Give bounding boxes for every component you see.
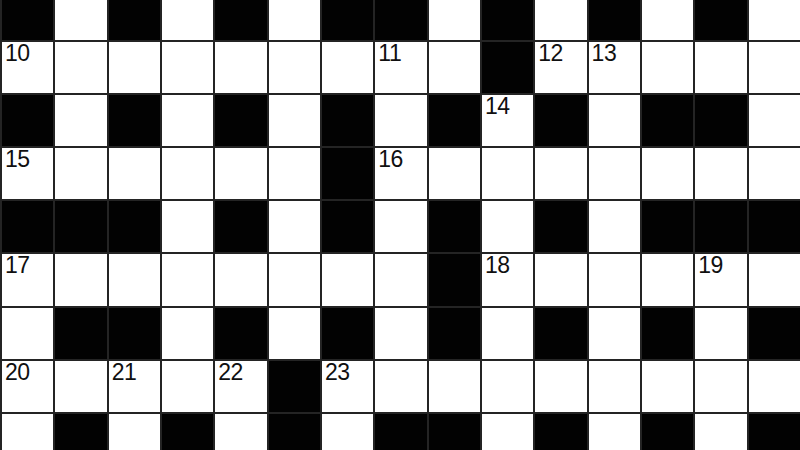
white-cell[interactable] <box>162 254 213 305</box>
white-cell[interactable] <box>749 148 800 199</box>
white-cell[interactable] <box>429 42 480 93</box>
white-cell[interactable]: 15 <box>2 148 53 199</box>
white-cell[interactable] <box>429 148 480 199</box>
black-cell <box>322 201 373 252</box>
black-cell <box>642 201 693 252</box>
white-cell[interactable] <box>162 148 213 199</box>
black-cell <box>535 201 586 252</box>
clue-number: 13 <box>592 41 617 66</box>
white-cell[interactable]: 22 <box>215 361 266 412</box>
white-cell[interactable] <box>375 361 426 412</box>
black-cell <box>2 0 53 40</box>
black-cell <box>215 308 266 359</box>
clue-number: 14 <box>485 94 510 119</box>
black-cell <box>55 414 106 450</box>
white-cell[interactable]: 17 <box>2 254 53 305</box>
white-cell[interactable] <box>162 95 213 146</box>
clue-number: 21 <box>112 360 137 385</box>
black-cell <box>55 308 106 359</box>
white-cell[interactable] <box>589 95 640 146</box>
white-cell[interactable] <box>482 148 533 199</box>
white-cell[interactable]: 10 <box>2 42 53 93</box>
white-cell[interactable] <box>269 308 320 359</box>
clue-number: 16 <box>378 147 403 172</box>
white-cell[interactable] <box>429 0 480 40</box>
clue-number: 23 <box>325 360 350 385</box>
black-cell <box>695 0 746 40</box>
white-cell[interactable] <box>269 0 320 40</box>
clue-number: 17 <box>5 253 30 278</box>
black-cell <box>215 0 266 40</box>
white-cell[interactable] <box>749 254 800 305</box>
white-cell[interactable] <box>482 414 533 450</box>
black-cell <box>429 414 480 450</box>
white-cell[interactable] <box>215 254 266 305</box>
white-cell[interactable] <box>375 308 426 359</box>
black-cell <box>535 95 586 146</box>
black-cell <box>322 148 373 199</box>
white-cell[interactable]: 18 <box>482 254 533 305</box>
black-cell <box>482 0 533 40</box>
black-cell <box>269 361 320 412</box>
white-cell[interactable] <box>695 308 746 359</box>
white-cell[interactable] <box>322 414 373 450</box>
white-cell[interactable] <box>109 414 160 450</box>
white-cell[interactable]: 20 <box>2 361 53 412</box>
white-cell[interactable] <box>482 201 533 252</box>
white-cell[interactable] <box>695 148 746 199</box>
white-cell[interactable]: 16 <box>375 148 426 199</box>
white-cell[interactable] <box>589 148 640 199</box>
white-cell[interactable] <box>162 42 213 93</box>
white-cell[interactable] <box>162 201 213 252</box>
black-cell <box>215 201 266 252</box>
black-cell <box>162 414 213 450</box>
black-cell <box>109 308 160 359</box>
black-cell <box>482 42 533 93</box>
white-cell[interactable] <box>642 148 693 199</box>
white-cell[interactable] <box>749 95 800 146</box>
white-cell[interactable] <box>55 0 106 40</box>
white-cell[interactable] <box>162 0 213 40</box>
white-cell[interactable] <box>55 148 106 199</box>
clue-number: 10 <box>5 41 30 66</box>
black-cell <box>375 414 426 450</box>
white-cell[interactable] <box>589 414 640 450</box>
black-cell <box>55 201 106 252</box>
white-cell[interactable] <box>269 148 320 199</box>
white-cell[interactable] <box>642 42 693 93</box>
white-cell[interactable] <box>55 254 106 305</box>
black-cell <box>642 414 693 450</box>
white-cell[interactable] <box>375 95 426 146</box>
white-cell[interactable] <box>109 148 160 199</box>
black-cell <box>749 414 800 450</box>
white-cell[interactable] <box>535 148 586 199</box>
black-cell <box>429 308 480 359</box>
black-cell <box>109 0 160 40</box>
black-cell <box>589 0 640 40</box>
white-cell[interactable] <box>55 95 106 146</box>
clue-number: 15 <box>5 147 30 172</box>
black-cell <box>269 414 320 450</box>
white-cell[interactable]: 23 <box>322 361 373 412</box>
white-cell[interactable] <box>589 308 640 359</box>
black-cell <box>429 254 480 305</box>
white-cell[interactable] <box>109 254 160 305</box>
black-cell <box>322 95 373 146</box>
white-cell[interactable] <box>269 254 320 305</box>
crossword-grid: 1011121314151617181920212223 <box>0 0 800 450</box>
white-cell[interactable]: 14 <box>482 95 533 146</box>
white-cell[interactable] <box>269 95 320 146</box>
white-cell[interactable] <box>535 254 586 305</box>
white-cell[interactable] <box>2 308 53 359</box>
white-cell[interactable] <box>322 42 373 93</box>
clue-number: 18 <box>485 253 510 278</box>
black-cell <box>749 308 800 359</box>
white-cell[interactable]: 21 <box>109 361 160 412</box>
white-cell[interactable] <box>375 254 426 305</box>
clue-number: 19 <box>698 253 723 278</box>
white-cell[interactable] <box>749 361 800 412</box>
white-cell[interactable] <box>215 42 266 93</box>
white-cell[interactable] <box>482 308 533 359</box>
black-cell <box>749 201 800 252</box>
white-cell[interactable] <box>642 254 693 305</box>
black-cell <box>2 95 53 146</box>
clue-number: 11 <box>378 41 401 66</box>
crossword-board: 1011121314151617181920212223 <box>0 0 800 450</box>
white-cell[interactable] <box>375 201 426 252</box>
white-cell[interactable] <box>749 42 800 93</box>
white-cell[interactable]: 13 <box>589 42 640 93</box>
white-cell[interactable] <box>695 414 746 450</box>
white-cell[interactable] <box>695 361 746 412</box>
black-cell <box>429 201 480 252</box>
black-cell <box>535 414 586 450</box>
black-cell <box>109 95 160 146</box>
white-cell[interactable] <box>162 361 213 412</box>
white-cell[interactable] <box>109 42 160 93</box>
clue-number: 20 <box>5 360 30 385</box>
white-cell[interactable] <box>215 414 266 450</box>
black-cell <box>642 95 693 146</box>
white-cell[interactable] <box>482 361 533 412</box>
black-cell <box>429 95 480 146</box>
white-cell[interactable] <box>589 254 640 305</box>
white-cell[interactable] <box>322 254 373 305</box>
white-cell[interactable] <box>269 42 320 93</box>
white-cell[interactable] <box>642 361 693 412</box>
black-cell <box>375 0 426 40</box>
black-cell <box>215 95 266 146</box>
black-cell <box>2 201 53 252</box>
white-cell[interactable] <box>749 0 800 40</box>
white-cell[interactable] <box>215 148 266 199</box>
clue-number: 12 <box>538 41 563 66</box>
white-cell[interactable]: 12 <box>535 42 586 93</box>
black-cell <box>535 308 586 359</box>
white-cell[interactable] <box>589 361 640 412</box>
white-cell[interactable] <box>695 42 746 93</box>
white-cell[interactable] <box>535 361 586 412</box>
white-cell[interactable] <box>55 361 106 412</box>
white-cell[interactable] <box>642 0 693 40</box>
clue-number: 22 <box>218 360 243 385</box>
black-cell <box>322 0 373 40</box>
black-cell <box>695 201 746 252</box>
black-cell <box>109 201 160 252</box>
white-cell[interactable] <box>55 42 106 93</box>
black-cell <box>322 308 373 359</box>
white-cell[interactable]: 19 <box>695 254 746 305</box>
white-cell[interactable] <box>535 0 586 40</box>
white-cell[interactable] <box>589 201 640 252</box>
white-cell[interactable]: 11 <box>375 42 426 93</box>
white-cell[interactable] <box>429 361 480 412</box>
white-cell[interactable] <box>2 414 53 450</box>
black-cell <box>695 95 746 146</box>
white-cell[interactable] <box>269 201 320 252</box>
white-cell[interactable] <box>162 308 213 359</box>
black-cell <box>642 308 693 359</box>
